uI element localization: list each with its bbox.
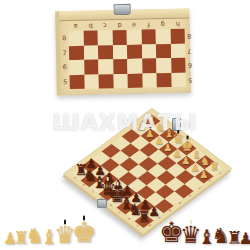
- dark-pieces-row: ♚♛♝♞♜♟: [161, 199, 250, 247]
- piece-finial: [186, 135, 188, 139]
- box-rank-label: 7: [185, 43, 194, 58]
- box-square: [112, 30, 127, 45]
- box-rank-label: 6: [185, 58, 194, 73]
- box-file-label: e: [126, 20, 141, 30]
- piece-white-pawn: ♟: [182, 157, 191, 167]
- piece-white-pawn: ♟: [137, 123, 146, 133]
- box-square: [98, 45, 113, 60]
- display-dark-pawn: ♟: [239, 231, 250, 247]
- box-rank-label: 5: [61, 75, 70, 90]
- box-file-label: f: [141, 19, 156, 29]
- box-square: [83, 31, 98, 46]
- box-rank-label: 8: [60, 31, 69, 46]
- box-square: [69, 45, 84, 60]
- hinge-icon: [97, 199, 107, 208]
- piece-black-rook: ♜: [137, 210, 150, 225]
- box-square: [99, 74, 114, 89]
- box-file-label: c: [97, 20, 112, 30]
- box-square: [112, 44, 127, 59]
- folded-board-box: abcdefgh87658765: [55, 2, 191, 96]
- box-square: [113, 59, 128, 74]
- box-square: [127, 30, 142, 45]
- box-square: [170, 29, 185, 44]
- box-square: [141, 44, 156, 59]
- box-rank-label: 8: [185, 29, 194, 44]
- box-square: [84, 74, 99, 89]
- product-photo: abcdefgh87658765 abcdefgh12345678 ♜♞♝♛♚♝…: [0, 0, 250, 250]
- box-square: [113, 73, 128, 88]
- box-rank-label: 5: [186, 72, 195, 87]
- box-square: [127, 59, 142, 74]
- clasp-icon: [114, 4, 131, 15]
- piece-white-pawn: ♟: [155, 136, 164, 146]
- box-square: [69, 60, 84, 75]
- box-square: [170, 43, 185, 58]
- piece-white-pawn: ♟: [200, 170, 209, 180]
- piece-white-rook: ♜: [210, 163, 219, 173]
- box-file-label: h: [170, 19, 185, 29]
- piece-white-pawn: ♟: [146, 129, 155, 139]
- box-square: [156, 58, 171, 73]
- box-square: [83, 45, 98, 60]
- box-file-label: d: [112, 20, 127, 30]
- box-square: [142, 73, 157, 88]
- box-square: [98, 59, 113, 74]
- piece-finial: [107, 177, 109, 181]
- box-file-label: g: [155, 19, 170, 29]
- box-square: [70, 74, 85, 89]
- piece-white-pawn: ♟: [173, 150, 182, 160]
- box-square: [171, 58, 186, 73]
- box-rank-label: 7: [60, 46, 69, 61]
- box-square: [98, 30, 113, 45]
- box-file-label: b: [83, 21, 98, 31]
- box-square: [141, 29, 156, 44]
- box-square: [171, 72, 186, 87]
- piece-finial: [83, 216, 85, 221]
- piece-white-pawn: ♟: [191, 163, 200, 173]
- display-light-king: ♚: [72, 219, 97, 247]
- light-pieces-row: ♟♜♞♝♛♚: [5, 197, 95, 247]
- folded-box-printed-board: abcdefgh87658765: [59, 19, 191, 96]
- piece-finial: [177, 130, 179, 134]
- piece-finial: [116, 182, 118, 186]
- box-square: [156, 29, 171, 44]
- folded-box-grid: [69, 29, 186, 89]
- piece-finial: [171, 216, 173, 221]
- box-square: [128, 73, 143, 88]
- box-square: [127, 44, 142, 59]
- box-rank-label: 6: [60, 60, 69, 75]
- box-square: [69, 31, 84, 46]
- folded-box-body: abcdefgh87658765: [55, 9, 191, 96]
- box-square: [142, 58, 157, 73]
- piece-finial: [190, 220, 192, 225]
- piece-white-pawn: ♟: [164, 143, 173, 153]
- box-file-label: a: [68, 21, 83, 31]
- box-square: [157, 72, 172, 87]
- box-square: [156, 44, 171, 59]
- box-square: [84, 60, 99, 75]
- piece-finial: [64, 220, 66, 225]
